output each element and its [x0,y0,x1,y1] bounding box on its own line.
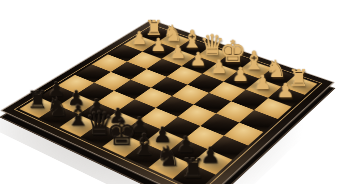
black-bishop: ♝ [131,132,158,159]
white-pawn: ♟ [210,58,227,76]
chess-board: ♜♞♝♛♚♝♞♜♟♟♟♟♟♟♟♟♟♟♟♟♟♟♟♟♜♞♝♛♚♝♞♜ [3,20,333,184]
white-pawn: ♟ [150,37,166,54]
board-frame: ♜♞♝♛♚♝♞♜♟♟♟♟♟♟♟♟♟♟♟♟♟♟♟♟♜♞♝♛♚♝♞♜ [3,20,333,184]
white-pawn: ♟ [276,82,294,100]
white-pawn: ♟ [190,51,207,68]
white-pawn: ♟ [131,30,147,47]
black-knight: ♞ [156,144,181,170]
white-pawn: ♟ [232,66,249,84]
product-photo-scene: ♜♞♝♛♚♝♞♜♟♟♟♟♟♟♟♟♟♟♟♟♟♟♟♟♜♞♝♛♚♝♞♜ [0,0,350,184]
black-rook: ♜ [180,156,205,181]
white-pawn: ♟ [254,74,272,92]
white-pawn: ♟ [170,44,187,61]
